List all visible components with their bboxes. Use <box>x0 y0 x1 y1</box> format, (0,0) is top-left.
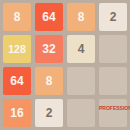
tile-4-r2c3: 4 <box>67 35 95 63</box>
professional-watermark: PROFESSIONAL <box>99 105 127 111</box>
tile-8-r3c2: 8 <box>35 67 63 95</box>
tile-8-r1c3: 8 <box>67 3 95 31</box>
tile-64-r3c1: 64 <box>3 67 31 95</box>
empty-cell-r4c4 <box>99 99 127 127</box>
empty-cell-r4c3 <box>67 99 95 127</box>
empty-cell-r3c3 <box>67 67 95 95</box>
tile-16-r4c1: 16 <box>3 99 31 127</box>
tile-2-r1c4: 2 <box>99 3 127 31</box>
tile-128-r2c1: 128 <box>3 35 31 63</box>
empty-cell-r3c4 <box>99 67 127 95</box>
empty-cell-r2c4 <box>99 35 127 63</box>
tile-64-r1c2: 64 <box>35 3 63 31</box>
tile-32-r2c2: 32 <box>35 35 63 63</box>
tile-2-r4c2: 2 <box>35 99 63 127</box>
tile-8-r1c1: 8 <box>3 3 31 31</box>
